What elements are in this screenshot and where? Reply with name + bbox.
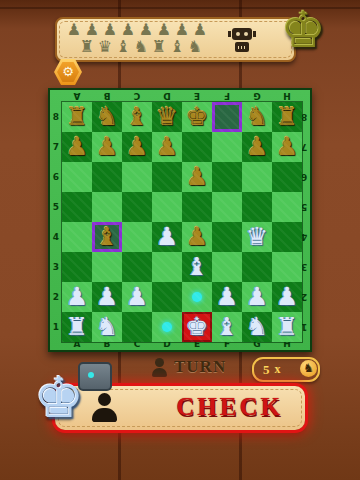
square-d4[interactable]: ♟: [152, 222, 182, 252]
robot-opponent-icon: [229, 27, 255, 53]
square-f3[interactable]: [212, 252, 242, 282]
square-h6[interactable]: [272, 162, 302, 192]
coord-label-7: 7: [50, 132, 62, 162]
square-b3[interactable]: [92, 252, 122, 282]
square-c7[interactable]: ♟: [122, 132, 152, 162]
square-f5[interactable]: [212, 192, 242, 222]
square-h8[interactable]: ♜: [272, 102, 302, 132]
coord-label-B: B: [92, 90, 122, 102]
square-d2[interactable]: [152, 282, 182, 312]
captured-tray: ♟♟♟♟♟♟♟♟ ♜♛♝♞♜♝♞: [55, 17, 296, 62]
coord-label-1: 1: [50, 312, 62, 342]
coord-label-2: 2: [50, 282, 62, 312]
square-g1[interactable]: ♞: [242, 312, 272, 342]
piece-black-b8: ♞: [92, 102, 122, 132]
gear-icon: ⚙: [62, 62, 74, 82]
piece-black-e8: ♚: [182, 102, 212, 132]
square-a2[interactable]: ♟: [62, 282, 92, 312]
square-f8[interactable]: [212, 102, 242, 132]
piece-white-e3: ♝: [182, 252, 212, 282]
square-f7[interactable]: [212, 132, 242, 162]
square-g7[interactable]: ♟: [242, 132, 272, 162]
square-d7[interactable]: ♟: [152, 132, 182, 162]
coord-label-6: 6: [50, 162, 62, 192]
piece-white-b1: ♞: [92, 312, 122, 342]
coord-label-C: C: [122, 90, 152, 102]
square-f2[interactable]: ♟: [212, 282, 242, 312]
coord-label-F: F: [212, 90, 242, 102]
square-a6[interactable]: [62, 162, 92, 192]
piece-black-d7: ♟: [152, 132, 182, 162]
hint-count: 5: [263, 362, 270, 378]
square-b1[interactable]: ♞: [92, 312, 122, 342]
square-c8[interactable]: ♝: [122, 102, 152, 132]
square-b8[interactable]: ♞: [92, 102, 122, 132]
square-b4[interactable]: ♝: [92, 222, 122, 252]
square-e6[interactable]: ♟: [182, 162, 212, 192]
square-e1[interactable]: ♚: [182, 312, 212, 342]
square-f6[interactable]: [212, 162, 242, 192]
move-dot-d1[interactable]: [162, 322, 172, 332]
square-e8[interactable]: ♚: [182, 102, 212, 132]
player-icon: [91, 393, 119, 423]
coord-label-A: A: [62, 90, 92, 102]
square-c1[interactable]: [122, 312, 152, 342]
captured-bishop-icon: ♝: [114, 37, 132, 56]
coord-label-D: D: [152, 90, 182, 102]
square-a1[interactable]: ♜: [62, 312, 92, 342]
knight-badge-icon: ♞: [300, 360, 317, 377]
square-a5[interactable]: [62, 192, 92, 222]
captured-pieces: ♟♟♟♟♟♟♟♟ ♜♛♝♞♜♝♞: [65, 20, 209, 56]
piece-white-g2: ♟: [242, 282, 272, 312]
square-g3[interactable]: [242, 252, 272, 282]
square-g4[interactable]: ♛: [242, 222, 272, 252]
square-g5[interactable]: [242, 192, 272, 222]
square-h2[interactable]: ♟: [272, 282, 302, 312]
square-f1[interactable]: ♝: [212, 312, 242, 342]
coord-label-E: E: [182, 90, 212, 102]
square-d6[interactable]: [152, 162, 182, 192]
move-dot-e2[interactable]: [192, 292, 202, 302]
square-b7[interactable]: ♟: [92, 132, 122, 162]
square-h5[interactable]: [272, 192, 302, 222]
piece-black-b7: ♟: [92, 132, 122, 162]
piece-black-e6: ♟: [182, 162, 212, 192]
piece-black-a8: ♜: [62, 102, 92, 132]
square-b6[interactable]: [92, 162, 122, 192]
piece-white-g1: ♞: [242, 312, 272, 342]
piece-white-a2: ♟: [62, 282, 92, 312]
square-f4[interactable]: [212, 222, 242, 252]
check-banner: CHECK: [55, 386, 305, 430]
square-g6[interactable]: [242, 162, 272, 192]
captured-knight-icon: ♞: [186, 37, 204, 56]
player-king-icon: ♚: [34, 368, 84, 428]
captured-knight-icon: ♞: [132, 37, 150, 56]
square-h1[interactable]: ♜: [272, 312, 302, 342]
square-a3[interactable]: [62, 252, 92, 282]
square-e3[interactable]: ♝: [182, 252, 212, 282]
piece-white-g4: ♛: [242, 222, 272, 252]
coord-label-4: 4: [50, 222, 62, 252]
square-h4[interactable]: [272, 222, 302, 252]
square-d8[interactable]: ♛: [152, 102, 182, 132]
captured-rook-icon: ♜: [150, 37, 168, 56]
piece-white-f1: ♝: [212, 312, 242, 342]
hint-times-label: x: [275, 362, 281, 377]
square-h7[interactable]: ♟: [272, 132, 302, 162]
chat-notification-dot: [88, 372, 94, 378]
square-c4[interactable]: [122, 222, 152, 252]
square-c3[interactable]: [122, 252, 152, 282]
square-g2[interactable]: ♟: [242, 282, 272, 312]
coord-label-H: H: [272, 90, 302, 102]
piece-black-c7: ♟: [122, 132, 152, 162]
piece-black-g8: ♞: [242, 102, 272, 132]
square-b5[interactable]: [92, 192, 122, 222]
square-d3[interactable]: [152, 252, 182, 282]
chess-board: ABCDEFGH ABCDEFGH 87654321 87654321 ♜♞♝♛…: [48, 88, 312, 352]
coord-label-3: 3: [50, 252, 62, 282]
piece-black-e4: ♟: [182, 222, 212, 252]
square-e7[interactable]: [182, 132, 212, 162]
file-labels-top: ABCDEFGH: [62, 90, 302, 102]
captured-bishop-icon: ♝: [168, 37, 186, 56]
captured-rook-icon: ♜: [78, 37, 96, 56]
square-a4[interactable]: [62, 222, 92, 252]
coord-label-5: 5: [50, 192, 62, 222]
captured-row-pieces: ♜♛♝♞♜♝♞: [78, 37, 209, 56]
square-e2[interactable]: [182, 282, 212, 312]
app-background: { "game": "chess", "position": { "fen": …: [0, 0, 360, 480]
coord-label-G: G: [242, 90, 272, 102]
piece-white-c2: ♟: [122, 282, 152, 312]
piece-white-a1: ♜: [62, 312, 92, 342]
captured-queen-icon: ♛: [96, 37, 114, 56]
opponent-king-icon: ♚: [281, 2, 326, 58]
piece-white-h2: ♟: [272, 282, 302, 312]
coord-label-8: 8: [50, 102, 62, 132]
piece-black-h7: ♟: [272, 132, 302, 162]
square-e5[interactable]: [182, 192, 212, 222]
square-c6[interactable]: [122, 162, 152, 192]
board-grid: ♜♞♝♛♚♞♜♟♟♟♟♟♟♟♝♟♟♛♝♟♟♟♟♟♟♜♞♚♝♞♜: [62, 102, 302, 342]
square-h3[interactable]: [272, 252, 302, 282]
piece-black-a7: ♟: [62, 132, 92, 162]
square-e4[interactable]: ♟: [182, 222, 212, 252]
turn-label: TURN: [174, 357, 226, 377]
square-c2[interactable]: ♟: [122, 282, 152, 312]
hint-badge[interactable]: 5 x ♞: [252, 357, 320, 382]
square-d1[interactable]: [152, 312, 182, 342]
check-label: CHECK: [176, 393, 283, 421]
square-g8[interactable]: ♞: [242, 102, 272, 132]
piece-white-d4: ♟: [152, 222, 182, 252]
piece-white-e1: ♚: [182, 312, 212, 342]
square-d5[interactable]: [152, 192, 182, 222]
piece-white-f2: ♟: [212, 282, 242, 312]
square-b2[interactable]: ♟: [92, 282, 122, 312]
turn-player-icon: [151, 358, 169, 378]
square-a8[interactable]: ♜: [62, 102, 92, 132]
square-a7[interactable]: ♟: [62, 132, 92, 162]
piece-black-h8: ♜: [272, 102, 302, 132]
piece-black-b4: ♝: [92, 222, 122, 252]
settings-button[interactable]: ⚙: [54, 59, 82, 85]
square-c5[interactable]: [122, 192, 152, 222]
piece-white-b2: ♟: [92, 282, 122, 312]
rank-labels-left: 87654321: [50, 102, 62, 342]
piece-black-d8: ♛: [152, 102, 182, 132]
piece-white-h1: ♜: [272, 312, 302, 342]
piece-black-c8: ♝: [122, 102, 152, 132]
piece-black-g7: ♟: [242, 132, 272, 162]
